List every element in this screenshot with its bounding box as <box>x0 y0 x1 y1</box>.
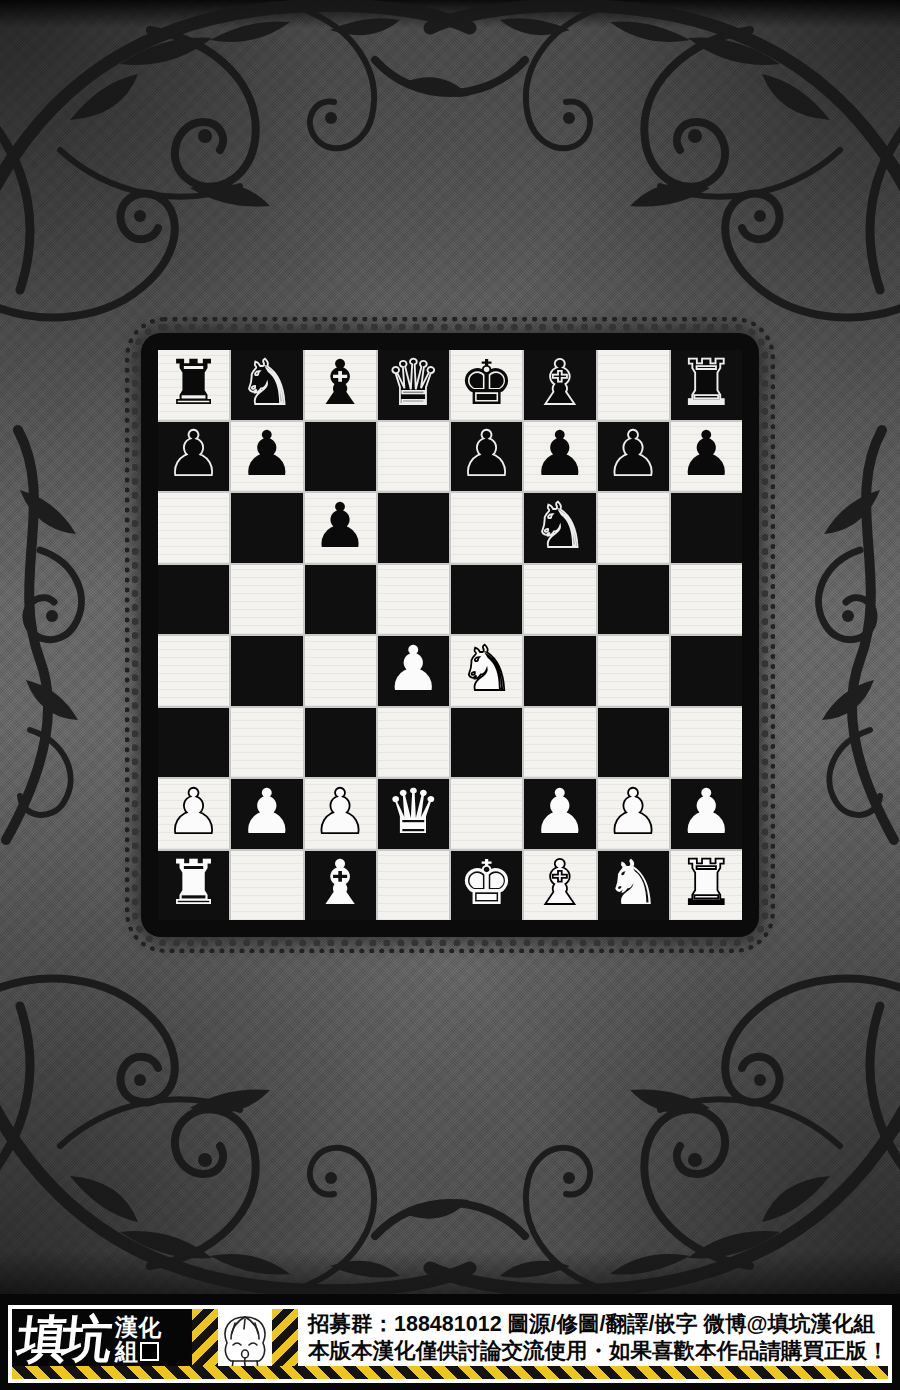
square-d5 <box>378 565 449 635</box>
square-d8: ♛ <box>378 350 449 420</box>
black-pawn-g7: ♟ <box>605 423 661 485</box>
square-f5 <box>524 565 595 635</box>
square-f7: ♟ <box>524 422 595 492</box>
square-c2: ♟ <box>305 779 376 849</box>
square-d3 <box>378 708 449 778</box>
black-pawn-a7: ♟ <box>166 423 222 485</box>
credit-line-1: 招募群：188481012 圖源/修圖/翻譯/嵌字 微博@填坑漢化組 <box>308 1311 889 1337</box>
black-pawn-c6: ♟ <box>312 495 368 557</box>
square-e6 <box>451 493 522 563</box>
white-pawn-c2: ♟ <box>312 781 368 843</box>
square-e1: ♚ <box>451 851 522 921</box>
square-a3 <box>158 708 229 778</box>
square-b8: ♞ <box>231 350 302 420</box>
logo-sub-bottom: 組 <box>115 1339 138 1363</box>
white-knight-e4: ♞ <box>459 638 515 700</box>
square-c5 <box>305 565 376 635</box>
square-e4: ♞ <box>451 636 522 706</box>
square-c7 <box>305 422 376 492</box>
black-pawn-h7: ♟ <box>679 423 735 485</box>
chess-board-frame: ♜♞♝♛♚♝♜♟♟♟♟♟♟♟♞♟♞♟♟♟♛♟♟♟♜♝♚♝♞♜ <box>141 333 759 937</box>
square-a7: ♟ <box>158 422 229 492</box>
white-queen-d2: ♛ <box>386 781 442 843</box>
square-f8: ♝ <box>524 350 595 420</box>
square-f4 <box>524 636 595 706</box>
logo-sub-top: 漢化 <box>115 1315 161 1339</box>
white-bishop-c1: ♝ <box>312 852 368 914</box>
square-g4 <box>598 636 669 706</box>
square-c8: ♝ <box>305 350 376 420</box>
square-g6 <box>598 493 669 563</box>
square-e7: ♟ <box>451 422 522 492</box>
square-b3 <box>231 708 302 778</box>
square-b2: ♟ <box>231 779 302 849</box>
scanlation-credit-banner: 填坑 漢化 組 <box>0 1294 900 1390</box>
white-knight-g1: ♞ <box>605 852 661 914</box>
square-h5 <box>671 565 742 635</box>
logo-main-text: 填坑 <box>15 1314 108 1364</box>
black-rook-h8: ♜ <box>679 352 735 414</box>
square-h3 <box>671 708 742 778</box>
black-rook-a8: ♜ <box>166 352 222 414</box>
square-g1: ♞ <box>598 851 669 921</box>
square-e5 <box>451 565 522 635</box>
square-a2: ♟ <box>158 779 229 849</box>
square-a6 <box>158 493 229 563</box>
white-pawn-f2: ♟ <box>532 781 588 843</box>
square-f6: ♞ <box>524 493 595 563</box>
white-pawn-a2: ♟ <box>166 781 222 843</box>
square-h1: ♜ <box>671 851 742 921</box>
square-h6 <box>671 493 742 563</box>
square-b4 <box>231 636 302 706</box>
square-d2: ♛ <box>378 779 449 849</box>
chess-board: ♜♞♝♛♚♝♜♟♟♟♟♟♟♟♞♟♞♟♟♟♛♟♟♟♜♝♚♝♞♜ <box>158 350 742 920</box>
black-pawn-f7: ♟ <box>532 423 588 485</box>
black-king-e8: ♚ <box>459 352 515 414</box>
square-c1: ♝ <box>305 851 376 921</box>
credit-line-2: 本版本漢化僅供討論交流使用・如果喜歡本作品請購買正版！ <box>308 1338 889 1364</box>
white-rook-h1: ♜ <box>679 852 735 914</box>
square-g5 <box>598 565 669 635</box>
white-bishop-f1: ♝ <box>532 852 588 914</box>
square-d6 <box>378 493 449 563</box>
square-h8: ♜ <box>671 350 742 420</box>
square-b5 <box>231 565 302 635</box>
square-a1: ♜ <box>158 851 229 921</box>
white-pawn-d4: ♟ <box>386 638 442 700</box>
black-bishop-c8: ♝ <box>312 352 368 414</box>
square-h2: ♟ <box>671 779 742 849</box>
square-e8: ♚ <box>451 350 522 420</box>
square-d7 <box>378 422 449 492</box>
caution-stripe-bottom <box>12 1366 888 1379</box>
square-f1: ♝ <box>524 851 595 921</box>
manga-page: ♜♞♝♛♚♝♜♟♟♟♟♟♟♟♞♟♞♟♟♟♛♟♟♟♜♝♚♝♞♜ 填坑 漢化 組 <box>0 0 900 1390</box>
square-a5 <box>158 565 229 635</box>
white-king-e1: ♚ <box>459 852 515 914</box>
logo-sub-text: 漢化 組 <box>115 1315 161 1363</box>
black-knight-f6: ♞ <box>532 495 588 557</box>
square-a4 <box>158 636 229 706</box>
square-h4 <box>671 636 742 706</box>
square-h7: ♟ <box>671 422 742 492</box>
square-f2: ♟ <box>524 779 595 849</box>
square-e2 <box>451 779 522 849</box>
white-rook-a1: ♜ <box>166 852 222 914</box>
black-pawn-b7: ♟ <box>239 423 295 485</box>
square-e3 <box>451 708 522 778</box>
black-pawn-e7: ♟ <box>459 423 515 485</box>
black-knight-b8: ♞ <box>239 352 295 414</box>
square-d4: ♟ <box>378 636 449 706</box>
square-f3 <box>524 708 595 778</box>
black-queen-d8: ♛ <box>386 352 442 414</box>
square-b1 <box>231 851 302 921</box>
square-c3 <box>305 708 376 778</box>
black-bishop-f8: ♝ <box>532 352 588 414</box>
square-d1 <box>378 851 449 921</box>
white-pawn-g2: ♟ <box>605 781 661 843</box>
square-c4 <box>305 636 376 706</box>
square-g3 <box>598 708 669 778</box>
credit-box: 填坑 漢化 組 <box>8 1305 892 1383</box>
square-b6 <box>231 493 302 563</box>
square-a8: ♜ <box>158 350 229 420</box>
square-c6: ♟ <box>305 493 376 563</box>
square-b7: ♟ <box>231 422 302 492</box>
square-g7: ♟ <box>598 422 669 492</box>
square-g2: ♟ <box>598 779 669 849</box>
square-g8 <box>598 350 669 420</box>
logo-black-square-icon <box>140 1342 159 1361</box>
white-pawn-b2: ♟ <box>239 781 295 843</box>
white-pawn-h2: ♟ <box>679 781 735 843</box>
